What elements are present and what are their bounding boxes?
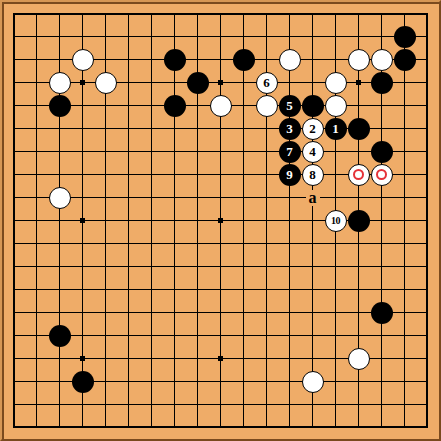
- intersection-F15[interactable]: [117, 94, 140, 117]
- intersection-L6[interactable]: [232, 301, 255, 324]
- intersection-A12[interactable]: [2, 163, 25, 186]
- intersection-G2[interactable]: [140, 393, 163, 416]
- intersection-E9[interactable]: [94, 232, 117, 255]
- intersection-L9[interactable]: [232, 232, 255, 255]
- intersection-Q15[interactable]: [347, 94, 370, 117]
- intersection-N13[interactable]: 7: [278, 140, 301, 163]
- intersection-C1[interactable]: [48, 416, 71, 439]
- intersection-E5[interactable]: [94, 324, 117, 347]
- intersection-Q12[interactable]: [347, 163, 370, 186]
- intersection-M12[interactable]: [255, 163, 278, 186]
- intersection-G16[interactable]: [140, 71, 163, 94]
- intersection-C2[interactable]: [48, 393, 71, 416]
- intersection-H15[interactable]: [163, 94, 186, 117]
- intersection-B7[interactable]: [25, 278, 48, 301]
- intersection-E19[interactable]: [94, 2, 117, 25]
- intersection-R12[interactable]: [370, 163, 393, 186]
- intersection-B11[interactable]: [25, 186, 48, 209]
- intersection-T13[interactable]: [416, 140, 439, 163]
- intersection-Q7[interactable]: [347, 278, 370, 301]
- intersection-S19[interactable]: [393, 2, 416, 25]
- intersection-E14[interactable]: [94, 117, 117, 140]
- intersection-D11[interactable]: [71, 186, 94, 209]
- intersection-R13[interactable]: [370, 140, 393, 163]
- intersection-F3[interactable]: [117, 370, 140, 393]
- intersection-L14[interactable]: [232, 117, 255, 140]
- intersection-L5[interactable]: [232, 324, 255, 347]
- intersection-F18[interactable]: [117, 25, 140, 48]
- intersection-T15[interactable]: [416, 94, 439, 117]
- intersection-C12[interactable]: [48, 163, 71, 186]
- intersection-T10[interactable]: [416, 209, 439, 232]
- intersection-M7[interactable]: [255, 278, 278, 301]
- intersection-N17[interactable]: [278, 48, 301, 71]
- intersection-R16[interactable]: [370, 71, 393, 94]
- intersection-L2[interactable]: [232, 393, 255, 416]
- intersection-Q11[interactable]: [347, 186, 370, 209]
- intersection-P15[interactable]: [324, 94, 347, 117]
- intersection-C11[interactable]: [48, 186, 71, 209]
- intersection-N10[interactable]: [278, 209, 301, 232]
- intersection-K6[interactable]: [209, 301, 232, 324]
- intersection-M2[interactable]: [255, 393, 278, 416]
- intersection-S16[interactable]: [393, 71, 416, 94]
- intersection-J4[interactable]: [186, 347, 209, 370]
- intersection-R8[interactable]: [370, 255, 393, 278]
- intersection-C5[interactable]: [48, 324, 71, 347]
- intersection-R11[interactable]: [370, 186, 393, 209]
- intersection-N19[interactable]: [278, 2, 301, 25]
- intersection-R3[interactable]: [370, 370, 393, 393]
- intersection-C18[interactable]: [48, 25, 71, 48]
- intersection-F11[interactable]: [117, 186, 140, 209]
- intersection-T18[interactable]: [416, 25, 439, 48]
- intersection-R19[interactable]: [370, 2, 393, 25]
- intersection-T6[interactable]: [416, 301, 439, 324]
- intersection-E16[interactable]: [94, 71, 117, 94]
- intersection-R6[interactable]: [370, 301, 393, 324]
- intersection-N9[interactable]: [278, 232, 301, 255]
- intersection-Q17[interactable]: [347, 48, 370, 71]
- intersection-H16[interactable]: [163, 71, 186, 94]
- intersection-P14[interactable]: 1: [324, 117, 347, 140]
- intersection-C16[interactable]: [48, 71, 71, 94]
- intersection-N7[interactable]: [278, 278, 301, 301]
- intersection-D12[interactable]: [71, 163, 94, 186]
- intersection-O2[interactable]: [301, 393, 324, 416]
- intersection-R7[interactable]: [370, 278, 393, 301]
- intersection-Q3[interactable]: [347, 370, 370, 393]
- intersection-E8[interactable]: [94, 255, 117, 278]
- intersection-E17[interactable]: [94, 48, 117, 71]
- intersection-Q14[interactable]: [347, 117, 370, 140]
- intersection-N16[interactable]: [278, 71, 301, 94]
- intersection-J5[interactable]: [186, 324, 209, 347]
- intersection-O6[interactable]: [301, 301, 324, 324]
- intersection-D3[interactable]: [71, 370, 94, 393]
- intersection-G4[interactable]: [140, 347, 163, 370]
- intersection-Q10[interactable]: [347, 209, 370, 232]
- intersection-N18[interactable]: [278, 25, 301, 48]
- intersection-B1[interactable]: [25, 416, 48, 439]
- intersection-P17[interactable]: [324, 48, 347, 71]
- intersection-S3[interactable]: [393, 370, 416, 393]
- intersection-L8[interactable]: [232, 255, 255, 278]
- intersection-F7[interactable]: [117, 278, 140, 301]
- intersection-K10[interactable]: [209, 209, 232, 232]
- intersection-D19[interactable]: [71, 2, 94, 25]
- intersection-C6[interactable]: [48, 301, 71, 324]
- intersection-C19[interactable]: [48, 2, 71, 25]
- intersection-A4[interactable]: [2, 347, 25, 370]
- intersection-K19[interactable]: [209, 2, 232, 25]
- intersection-J14[interactable]: [186, 117, 209, 140]
- intersection-M17[interactable]: [255, 48, 278, 71]
- intersection-P7[interactable]: [324, 278, 347, 301]
- intersection-B2[interactable]: [25, 393, 48, 416]
- intersection-M3[interactable]: [255, 370, 278, 393]
- intersection-F13[interactable]: [117, 140, 140, 163]
- intersection-Q5[interactable]: [347, 324, 370, 347]
- intersection-T2[interactable]: [416, 393, 439, 416]
- intersection-L13[interactable]: [232, 140, 255, 163]
- intersection-S7[interactable]: [393, 278, 416, 301]
- intersection-L19[interactable]: [232, 2, 255, 25]
- intersection-F12[interactable]: [117, 163, 140, 186]
- intersection-N1[interactable]: [278, 416, 301, 439]
- intersection-C10[interactable]: [48, 209, 71, 232]
- intersection-P9[interactable]: [324, 232, 347, 255]
- intersection-J16[interactable]: [186, 71, 209, 94]
- intersection-D17[interactable]: [71, 48, 94, 71]
- intersection-H2[interactable]: [163, 393, 186, 416]
- intersection-H14[interactable]: [163, 117, 186, 140]
- intersection-O4[interactable]: [301, 347, 324, 370]
- intersection-E4[interactable]: [94, 347, 117, 370]
- intersection-J11[interactable]: [186, 186, 209, 209]
- intersection-Q6[interactable]: [347, 301, 370, 324]
- intersection-S9[interactable]: [393, 232, 416, 255]
- intersection-P4[interactable]: [324, 347, 347, 370]
- intersection-S14[interactable]: [393, 117, 416, 140]
- intersection-E10[interactable]: [94, 209, 117, 232]
- intersection-D5[interactable]: [71, 324, 94, 347]
- intersection-T1[interactable]: [416, 416, 439, 439]
- intersection-G1[interactable]: [140, 416, 163, 439]
- intersection-F2[interactable]: [117, 393, 140, 416]
- intersection-Q16[interactable]: [347, 71, 370, 94]
- intersection-B5[interactable]: [25, 324, 48, 347]
- intersection-M11[interactable]: [255, 186, 278, 209]
- intersection-N8[interactable]: [278, 255, 301, 278]
- intersection-T9[interactable]: [416, 232, 439, 255]
- intersection-J13[interactable]: [186, 140, 209, 163]
- intersection-A17[interactable]: [2, 48, 25, 71]
- intersection-L18[interactable]: [232, 25, 255, 48]
- intersection-Q1[interactable]: [347, 416, 370, 439]
- intersection-P11[interactable]: [324, 186, 347, 209]
- intersection-D2[interactable]: [71, 393, 94, 416]
- intersection-A19[interactable]: [2, 2, 25, 25]
- intersection-B10[interactable]: [25, 209, 48, 232]
- intersection-H17[interactable]: [163, 48, 186, 71]
- intersection-P2[interactable]: [324, 393, 347, 416]
- intersection-L12[interactable]: [232, 163, 255, 186]
- intersection-H19[interactable]: [163, 2, 186, 25]
- intersection-A2[interactable]: [2, 393, 25, 416]
- intersection-E11[interactable]: [94, 186, 117, 209]
- intersection-N5[interactable]: [278, 324, 301, 347]
- intersection-L10[interactable]: [232, 209, 255, 232]
- intersection-B4[interactable]: [25, 347, 48, 370]
- intersection-P6[interactable]: [324, 301, 347, 324]
- intersection-T5[interactable]: [416, 324, 439, 347]
- intersection-E3[interactable]: [94, 370, 117, 393]
- intersection-C8[interactable]: [48, 255, 71, 278]
- intersection-N11[interactable]: [278, 186, 301, 209]
- intersection-T4[interactable]: [416, 347, 439, 370]
- intersection-G5[interactable]: [140, 324, 163, 347]
- intersection-F14[interactable]: [117, 117, 140, 140]
- intersection-J6[interactable]: [186, 301, 209, 324]
- intersection-G10[interactable]: [140, 209, 163, 232]
- intersection-G14[interactable]: [140, 117, 163, 140]
- intersection-G19[interactable]: [140, 2, 163, 25]
- intersection-R10[interactable]: [370, 209, 393, 232]
- intersection-J15[interactable]: [186, 94, 209, 117]
- intersection-K11[interactable]: [209, 186, 232, 209]
- intersection-G15[interactable]: [140, 94, 163, 117]
- intersection-N3[interactable]: [278, 370, 301, 393]
- intersection-O11[interactable]: a: [301, 186, 324, 209]
- intersection-N4[interactable]: [278, 347, 301, 370]
- intersection-N2[interactable]: [278, 393, 301, 416]
- intersection-E18[interactable]: [94, 25, 117, 48]
- intersection-J1[interactable]: [186, 416, 209, 439]
- intersection-A16[interactable]: [2, 71, 25, 94]
- intersection-H13[interactable]: [163, 140, 186, 163]
- intersection-M9[interactable]: [255, 232, 278, 255]
- intersection-M18[interactable]: [255, 25, 278, 48]
- intersection-A8[interactable]: [2, 255, 25, 278]
- intersection-H7[interactable]: [163, 278, 186, 301]
- intersection-G8[interactable]: [140, 255, 163, 278]
- intersection-T8[interactable]: [416, 255, 439, 278]
- intersection-K17[interactable]: [209, 48, 232, 71]
- intersection-O18[interactable]: [301, 25, 324, 48]
- intersection-C13[interactable]: [48, 140, 71, 163]
- intersection-M19[interactable]: [255, 2, 278, 25]
- intersection-M4[interactable]: [255, 347, 278, 370]
- intersection-M16[interactable]: 6: [255, 71, 278, 94]
- intersection-J17[interactable]: [186, 48, 209, 71]
- intersection-L4[interactable]: [232, 347, 255, 370]
- intersection-O15[interactable]: [301, 94, 324, 117]
- intersection-J3[interactable]: [186, 370, 209, 393]
- intersection-K4[interactable]: [209, 347, 232, 370]
- intersection-G12[interactable]: [140, 163, 163, 186]
- intersection-Q8[interactable]: [347, 255, 370, 278]
- intersection-A18[interactable]: [2, 25, 25, 48]
- intersection-S8[interactable]: [393, 255, 416, 278]
- intersection-B17[interactable]: [25, 48, 48, 71]
- intersection-T16[interactable]: [416, 71, 439, 94]
- intersection-F10[interactable]: [117, 209, 140, 232]
- intersection-L1[interactable]: [232, 416, 255, 439]
- intersection-Q19[interactable]: [347, 2, 370, 25]
- intersection-K18[interactable]: [209, 25, 232, 48]
- intersection-L7[interactable]: [232, 278, 255, 301]
- intersection-A15[interactable]: [2, 94, 25, 117]
- intersection-F4[interactable]: [117, 347, 140, 370]
- intersection-E12[interactable]: [94, 163, 117, 186]
- intersection-E15[interactable]: [94, 94, 117, 117]
- intersection-A1[interactable]: [2, 416, 25, 439]
- intersection-N6[interactable]: [278, 301, 301, 324]
- intersection-P12[interactable]: [324, 163, 347, 186]
- intersection-G11[interactable]: [140, 186, 163, 209]
- intersection-K15[interactable]: [209, 94, 232, 117]
- intersection-J8[interactable]: [186, 255, 209, 278]
- intersection-C3[interactable]: [48, 370, 71, 393]
- intersection-A3[interactable]: [2, 370, 25, 393]
- intersection-K1[interactable]: [209, 416, 232, 439]
- intersection-T14[interactable]: [416, 117, 439, 140]
- intersection-J19[interactable]: [186, 2, 209, 25]
- intersection-P16[interactable]: [324, 71, 347, 94]
- intersection-B6[interactable]: [25, 301, 48, 324]
- intersection-R5[interactable]: [370, 324, 393, 347]
- intersection-H9[interactable]: [163, 232, 186, 255]
- intersection-S1[interactable]: [393, 416, 416, 439]
- intersection-J9[interactable]: [186, 232, 209, 255]
- intersection-F6[interactable]: [117, 301, 140, 324]
- intersection-Q9[interactable]: [347, 232, 370, 255]
- intersection-K12[interactable]: [209, 163, 232, 186]
- intersection-H1[interactable]: [163, 416, 186, 439]
- intersection-B9[interactable]: [25, 232, 48, 255]
- intersection-H8[interactable]: [163, 255, 186, 278]
- intersection-O1[interactable]: [301, 416, 324, 439]
- intersection-K3[interactable]: [209, 370, 232, 393]
- intersection-G9[interactable]: [140, 232, 163, 255]
- intersection-L17[interactable]: [232, 48, 255, 71]
- intersection-J2[interactable]: [186, 393, 209, 416]
- intersection-T17[interactable]: [416, 48, 439, 71]
- intersection-P5[interactable]: [324, 324, 347, 347]
- intersection-A14[interactable]: [2, 117, 25, 140]
- intersection-F8[interactable]: [117, 255, 140, 278]
- intersection-S2[interactable]: [393, 393, 416, 416]
- intersection-C17[interactable]: [48, 48, 71, 71]
- intersection-H18[interactable]: [163, 25, 186, 48]
- intersection-P10[interactable]: 10: [324, 209, 347, 232]
- intersection-S17[interactable]: [393, 48, 416, 71]
- intersection-G3[interactable]: [140, 370, 163, 393]
- intersection-O10[interactable]: [301, 209, 324, 232]
- intersection-B8[interactable]: [25, 255, 48, 278]
- intersection-S13[interactable]: [393, 140, 416, 163]
- intersection-M14[interactable]: [255, 117, 278, 140]
- intersection-G13[interactable]: [140, 140, 163, 163]
- intersection-B16[interactable]: [25, 71, 48, 94]
- intersection-R14[interactable]: [370, 117, 393, 140]
- intersection-K9[interactable]: [209, 232, 232, 255]
- intersection-B15[interactable]: [25, 94, 48, 117]
- intersection-C15[interactable]: [48, 94, 71, 117]
- intersection-K13[interactable]: [209, 140, 232, 163]
- intersection-K14[interactable]: [209, 117, 232, 140]
- intersection-M1[interactable]: [255, 416, 278, 439]
- intersection-R17[interactable]: [370, 48, 393, 71]
- intersection-D18[interactable]: [71, 25, 94, 48]
- intersection-S10[interactable]: [393, 209, 416, 232]
- intersection-O17[interactable]: [301, 48, 324, 71]
- intersection-J7[interactable]: [186, 278, 209, 301]
- intersection-R4[interactable]: [370, 347, 393, 370]
- intersection-F17[interactable]: [117, 48, 140, 71]
- intersection-O3[interactable]: [301, 370, 324, 393]
- intersection-D13[interactable]: [71, 140, 94, 163]
- intersection-S12[interactable]: [393, 163, 416, 186]
- intersection-Q2[interactable]: [347, 393, 370, 416]
- intersection-A7[interactable]: [2, 278, 25, 301]
- intersection-E7[interactable]: [94, 278, 117, 301]
- intersection-O13[interactable]: 4: [301, 140, 324, 163]
- intersection-O8[interactable]: [301, 255, 324, 278]
- intersection-D7[interactable]: [71, 278, 94, 301]
- intersection-S6[interactable]: [393, 301, 416, 324]
- intersection-B14[interactable]: [25, 117, 48, 140]
- intersection-E2[interactable]: [94, 393, 117, 416]
- intersection-P3[interactable]: [324, 370, 347, 393]
- intersection-F1[interactable]: [117, 416, 140, 439]
- intersection-T11[interactable]: [416, 186, 439, 209]
- intersection-T12[interactable]: [416, 163, 439, 186]
- intersection-S4[interactable]: [393, 347, 416, 370]
- intersection-S5[interactable]: [393, 324, 416, 347]
- intersection-O5[interactable]: [301, 324, 324, 347]
- intersection-G6[interactable]: [140, 301, 163, 324]
- intersection-J10[interactable]: [186, 209, 209, 232]
- intersection-Q4[interactable]: [347, 347, 370, 370]
- intersection-J18[interactable]: [186, 25, 209, 48]
- intersection-P1[interactable]: [324, 416, 347, 439]
- intersection-M5[interactable]: [255, 324, 278, 347]
- intersection-M8[interactable]: [255, 255, 278, 278]
- intersection-C9[interactable]: [48, 232, 71, 255]
- intersection-H3[interactable]: [163, 370, 186, 393]
- intersection-C7[interactable]: [48, 278, 71, 301]
- intersection-H11[interactable]: [163, 186, 186, 209]
- intersection-D8[interactable]: [71, 255, 94, 278]
- intersection-K2[interactable]: [209, 393, 232, 416]
- intersection-N12[interactable]: 9: [278, 163, 301, 186]
- intersection-H5[interactable]: [163, 324, 186, 347]
- intersection-T7[interactable]: [416, 278, 439, 301]
- intersection-H4[interactable]: [163, 347, 186, 370]
- intersection-G17[interactable]: [140, 48, 163, 71]
- intersection-Q18[interactable]: [347, 25, 370, 48]
- intersection-O7[interactable]: [301, 278, 324, 301]
- intersection-K16[interactable]: [209, 71, 232, 94]
- intersection-R1[interactable]: [370, 416, 393, 439]
- intersection-C14[interactable]: [48, 117, 71, 140]
- intersection-A11[interactable]: [2, 186, 25, 209]
- intersection-S15[interactable]: [393, 94, 416, 117]
- intersection-H10[interactable]: [163, 209, 186, 232]
- intersection-P19[interactable]: [324, 2, 347, 25]
